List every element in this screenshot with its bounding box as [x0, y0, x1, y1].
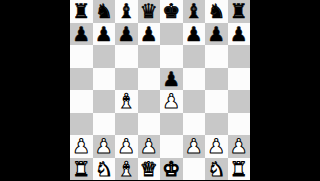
square-h5[interactable]: [228, 68, 251, 91]
square-e5[interactable]: ♟: [160, 68, 183, 91]
square-e4[interactable]: ♟: [160, 90, 183, 113]
white-pawn[interactable]: ♟: [185, 135, 203, 158]
square-f6[interactable]: [183, 45, 206, 68]
square-b4[interactable]: [93, 90, 116, 113]
white-bishop[interactable]: ♝: [117, 90, 135, 113]
white-knight[interactable]: ♞: [95, 157, 113, 180]
square-a2[interactable]: ♟: [70, 135, 93, 158]
white-pawn[interactable]: ♟: [72, 135, 90, 158]
letterbox-left: [0, 0, 70, 180]
black-king[interactable]: ♚: [162, 0, 180, 22]
square-g3[interactable]: [205, 113, 228, 136]
white-rook[interactable]: ♜: [72, 157, 90, 180]
square-a3[interactable]: [70, 113, 93, 136]
black-bishop[interactable]: ♝: [185, 0, 203, 22]
black-queen[interactable]: ♛: [140, 0, 158, 22]
black-knight[interactable]: ♞: [95, 0, 113, 22]
square-f7[interactable]: ♟: [183, 23, 206, 46]
square-h8[interactable]: ♜: [228, 0, 251, 23]
square-g2[interactable]: ♟: [205, 135, 228, 158]
square-a6[interactable]: [70, 45, 93, 68]
square-e7[interactable]: [160, 23, 183, 46]
black-pawn[interactable]: ♟: [185, 22, 203, 45]
square-h1[interactable]: ♜: [228, 158, 251, 181]
square-e2[interactable]: [160, 135, 183, 158]
square-a8[interactable]: ♜: [70, 0, 93, 23]
square-b2[interactable]: ♟: [93, 135, 116, 158]
white-queen[interactable]: ♛: [140, 157, 158, 180]
square-a5[interactable]: [70, 68, 93, 91]
square-c7[interactable]: ♟: [115, 23, 138, 46]
white-bishop[interactable]: ♝: [117, 157, 135, 180]
square-g6[interactable]: [205, 45, 228, 68]
black-knight[interactable]: ♞: [207, 0, 225, 22]
square-a4[interactable]: [70, 90, 93, 113]
square-g4[interactable]: [205, 90, 228, 113]
video-frame: ♜♞♝♛♚♝♞♜♟♟♟♟♟♟♟♟♝♟♟♟♟♟♟♟♟♜♞♝♛♚♞♜: [0, 0, 320, 180]
square-c6[interactable]: [115, 45, 138, 68]
square-d1[interactable]: ♛: [138, 158, 161, 181]
white-pawn[interactable]: ♟: [95, 135, 113, 158]
square-f5[interactable]: [183, 68, 206, 91]
square-d7[interactable]: ♟: [138, 23, 161, 46]
square-h3[interactable]: [228, 113, 251, 136]
black-pawn[interactable]: ♟: [117, 22, 135, 45]
square-g1[interactable]: ♞: [205, 158, 228, 181]
white-knight[interactable]: ♞: [207, 157, 225, 180]
square-h7[interactable]: ♟: [228, 23, 251, 46]
square-c2[interactable]: ♟: [115, 135, 138, 158]
square-h4[interactable]: [228, 90, 251, 113]
square-e6[interactable]: [160, 45, 183, 68]
square-a7[interactable]: ♟: [70, 23, 93, 46]
white-pawn[interactable]: ♟: [207, 135, 225, 158]
black-pawn[interactable]: ♟: [230, 22, 248, 45]
square-b5[interactable]: [93, 68, 116, 91]
black-rook[interactable]: ♜: [230, 0, 248, 22]
square-d5[interactable]: [138, 68, 161, 91]
square-d6[interactable]: [138, 45, 161, 68]
square-b3[interactable]: [93, 113, 116, 136]
square-c5[interactable]: [115, 68, 138, 91]
chess-board: ♜♞♝♛♚♝♞♜♟♟♟♟♟♟♟♟♝♟♟♟♟♟♟♟♟♜♞♝♛♚♞♜: [70, 0, 250, 180]
black-bishop[interactable]: ♝: [117, 0, 135, 22]
square-d8[interactable]: ♛: [138, 0, 161, 23]
square-c3[interactable]: [115, 113, 138, 136]
square-c4[interactable]: ♝: [115, 90, 138, 113]
square-f2[interactable]: ♟: [183, 135, 206, 158]
square-g5[interactable]: [205, 68, 228, 91]
square-e8[interactable]: ♚: [160, 0, 183, 23]
white-pawn[interactable]: ♟: [140, 135, 158, 158]
square-a1[interactable]: ♜: [70, 158, 93, 181]
white-rook[interactable]: ♜: [230, 157, 248, 180]
square-d3[interactable]: [138, 113, 161, 136]
white-king[interactable]: ♚: [162, 157, 180, 180]
square-e1[interactable]: ♚: [160, 158, 183, 181]
square-b7[interactable]: ♟: [93, 23, 116, 46]
square-b1[interactable]: ♞: [93, 158, 116, 181]
square-g7[interactable]: ♟: [205, 23, 228, 46]
black-pawn[interactable]: ♟: [162, 67, 180, 90]
square-f1[interactable]: [183, 158, 206, 181]
square-c8[interactable]: ♝: [115, 0, 138, 23]
square-h6[interactable]: [228, 45, 251, 68]
black-pawn[interactable]: ♟: [140, 22, 158, 45]
black-pawn[interactable]: ♟: [72, 22, 90, 45]
square-b8[interactable]: ♞: [93, 0, 116, 23]
white-pawn[interactable]: ♟: [162, 90, 180, 113]
square-d4[interactable]: [138, 90, 161, 113]
square-f4[interactable]: [183, 90, 206, 113]
letterbox-right: [250, 0, 320, 180]
square-c1[interactable]: ♝: [115, 158, 138, 181]
white-pawn[interactable]: ♟: [230, 135, 248, 158]
square-e3[interactable]: [160, 113, 183, 136]
square-g8[interactable]: ♞: [205, 0, 228, 23]
white-pawn[interactable]: ♟: [117, 135, 135, 158]
square-b6[interactable]: [93, 45, 116, 68]
black-rook[interactable]: ♜: [72, 0, 90, 22]
square-f8[interactable]: ♝: [183, 0, 206, 23]
black-pawn[interactable]: ♟: [95, 22, 113, 45]
square-h2[interactable]: ♟: [228, 135, 251, 158]
square-f3[interactable]: [183, 113, 206, 136]
black-pawn[interactable]: ♟: [207, 22, 225, 45]
square-d2[interactable]: ♟: [138, 135, 161, 158]
